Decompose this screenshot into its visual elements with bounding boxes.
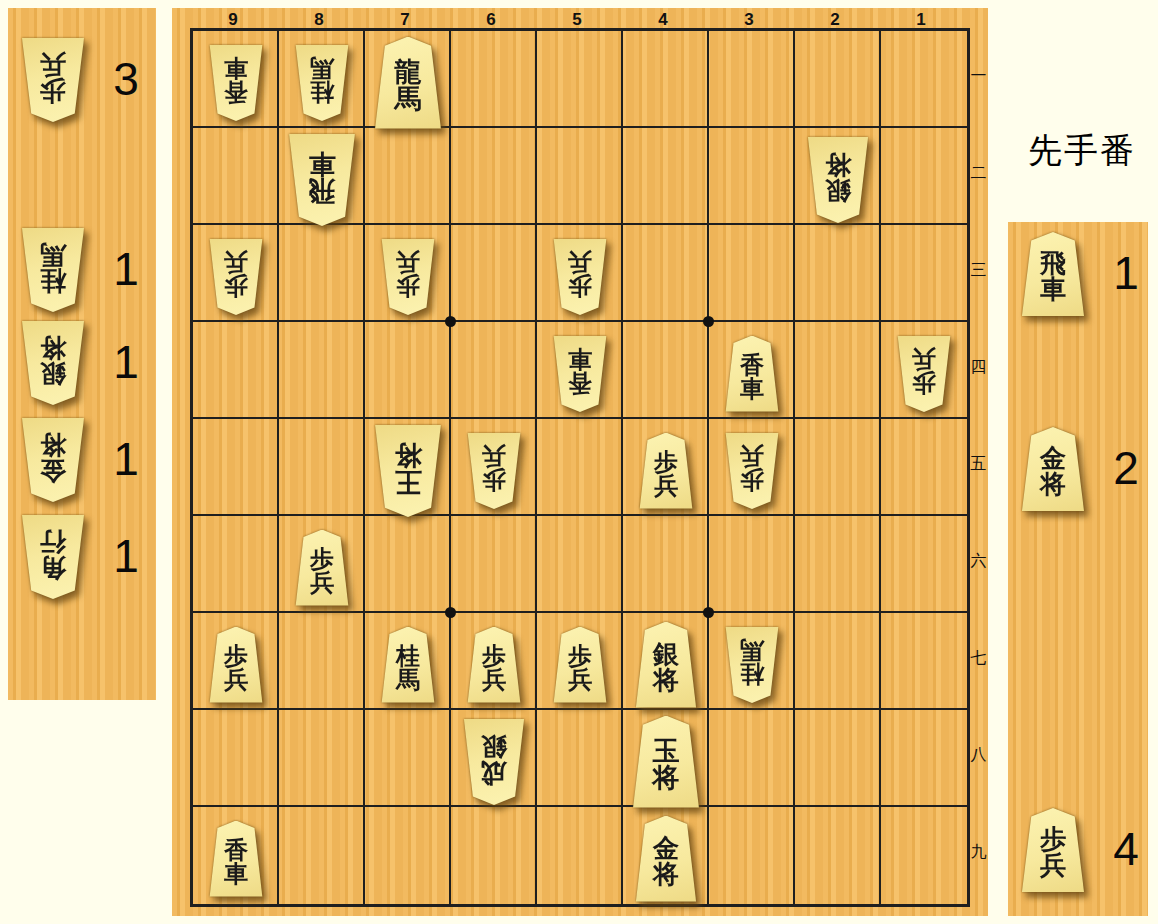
file-label-8: 8 [276, 10, 362, 28]
square-5八[interactable] [537, 710, 623, 807]
square-5五[interactable] [537, 419, 623, 516]
piece-gote-pawn-9三[interactable]: 歩兵 [208, 239, 264, 315]
piece-gote-pawn-6五[interactable]: 歩兵 [466, 433, 522, 509]
square-2五[interactable] [795, 419, 881, 516]
file-label-3: 3 [706, 10, 792, 28]
square-7四[interactable] [365, 322, 451, 419]
square-6九[interactable] [451, 807, 537, 904]
piece-sente-pawn-9七[interactable]: 歩兵 [208, 627, 264, 703]
rank-label-8: 八 [969, 707, 988, 804]
square-1三[interactable] [881, 225, 967, 322]
square-3八[interactable] [709, 710, 795, 807]
square-8八[interactable] [279, 710, 365, 807]
square-2六[interactable] [795, 516, 881, 613]
board-grid: 香車桂馬龍馬飛車銀将歩兵歩兵歩兵香車香車歩兵王将歩兵歩兵歩兵歩兵歩兵桂馬歩兵歩兵… [190, 28, 970, 907]
piece-gote-pawn-3五[interactable]: 歩兵 [724, 433, 780, 509]
file-label-9: 9 [190, 10, 276, 28]
square-3一[interactable] [709, 31, 795, 128]
turn-indicator: 先手番 [1014, 128, 1150, 174]
piece-sente-silver-4七[interactable]: 銀将 [634, 622, 698, 708]
piece-sente-knight-7七[interactable]: 桂馬 [380, 627, 436, 703]
star-point [703, 607, 714, 618]
piece-sente-pawn-5七[interactable]: 歩兵 [552, 627, 608, 703]
piece-gote-pawn-1四[interactable]: 歩兵 [896, 336, 952, 412]
rank-label-7: 七 [969, 610, 988, 707]
piece-sente-promoted-bishop-7一[interactable]: 龍馬 [373, 37, 443, 129]
square-1五[interactable] [881, 419, 967, 516]
square-4四[interactable] [623, 322, 709, 419]
square-1七[interactable] [881, 613, 967, 710]
piece-gote-pawn[interactable]: 歩兵 [20, 38, 86, 122]
square-4三[interactable] [623, 225, 709, 322]
file-label-7: 7 [362, 10, 448, 28]
piece-gote-gold[interactable]: 金将 [20, 418, 86, 502]
piece-gote-knight[interactable]: 桂馬 [20, 228, 86, 312]
square-5二[interactable] [537, 128, 623, 225]
piece-sente-gold[interactable]: 金将 [1020, 427, 1086, 511]
rank-label-2: 二 [969, 125, 988, 222]
square-9六[interactable] [193, 516, 279, 613]
piece-sente-lance-3四[interactable]: 香車 [724, 336, 780, 412]
rank-label-6: 六 [969, 513, 988, 610]
square-1二[interactable] [881, 128, 967, 225]
square-2八[interactable] [795, 710, 881, 807]
file-label-2: 2 [792, 10, 878, 28]
piece-gote-knight-3七[interactable]: 桂馬 [724, 627, 780, 703]
square-8三[interactable] [279, 225, 365, 322]
piece-gote-pawn-5三[interactable]: 歩兵 [552, 239, 608, 315]
square-3九[interactable] [709, 807, 795, 904]
rank-label-1: 一 [969, 28, 988, 125]
piece-gote-lance-5四[interactable]: 香車 [552, 336, 608, 412]
square-6四[interactable] [451, 322, 537, 419]
hand-count-gote-pawn: 3 [102, 51, 150, 107]
square-9二[interactable] [193, 128, 279, 225]
piece-gote-promoted-silver-6八[interactable]: 成銀 [462, 719, 526, 805]
piece-gote-knight-8一[interactable]: 桂馬 [294, 45, 350, 121]
hand-count-gote-gold: 1 [102, 431, 150, 487]
file-label-5: 5 [534, 10, 620, 28]
square-6一[interactable] [451, 31, 537, 128]
square-2三[interactable] [795, 225, 881, 322]
square-2四[interactable] [795, 322, 881, 419]
square-9四[interactable] [193, 322, 279, 419]
square-4六[interactable] [623, 516, 709, 613]
file-label-4: 4 [620, 10, 706, 28]
hand-count-sente-rook: 1 [1102, 245, 1150, 301]
star-point [445, 607, 456, 618]
piece-gote-silver[interactable]: 銀将 [20, 321, 86, 405]
sente-captured-tray: 飛車1金将2歩兵4 [1008, 222, 1148, 916]
square-6六[interactable] [451, 516, 537, 613]
hand-count-gote-knight: 1 [102, 241, 150, 297]
rank-label-4: 四 [969, 319, 988, 416]
square-2九[interactable] [795, 807, 881, 904]
square-1八[interactable] [881, 710, 967, 807]
square-2七[interactable] [795, 613, 881, 710]
piece-gote-lance-9一[interactable]: 香車 [208, 45, 264, 121]
square-6三[interactable] [451, 225, 537, 322]
file-label-6: 6 [448, 10, 534, 28]
rank-label-9: 九 [969, 804, 988, 901]
star-point [445, 316, 456, 327]
piece-sente-lance-9九[interactable]: 香車 [208, 821, 264, 897]
square-8四[interactable] [279, 322, 365, 419]
hand-count-sente-pawn: 4 [1102, 821, 1150, 877]
star-point [703, 316, 714, 327]
hand-count-gote-silver: 1 [102, 334, 150, 390]
hand-count-sente-gold: 2 [1102, 440, 1150, 496]
shogi-board-panel: 香車桂馬龍馬飛車銀将歩兵歩兵歩兵香車香車歩兵王将歩兵歩兵歩兵歩兵歩兵桂馬歩兵歩兵… [172, 8, 988, 916]
square-8七[interactable] [279, 613, 365, 710]
piece-gote-king-7五[interactable]: 王将 [373, 425, 443, 517]
square-6二[interactable] [451, 128, 537, 225]
square-1六[interactable] [881, 516, 967, 613]
square-7六[interactable] [365, 516, 451, 613]
square-3三[interactable] [709, 225, 795, 322]
rank-label-3: 三 [969, 222, 988, 319]
piece-sente-pawn-4五[interactable]: 歩兵 [638, 433, 694, 509]
piece-sente-pawn[interactable]: 歩兵 [1020, 808, 1086, 892]
square-9八[interactable] [193, 710, 279, 807]
square-5一[interactable] [537, 31, 623, 128]
square-8五[interactable] [279, 419, 365, 516]
square-3二[interactable] [709, 128, 795, 225]
square-2一[interactable] [795, 31, 881, 128]
file-label-1: 1 [878, 10, 964, 28]
square-4二[interactable] [623, 128, 709, 225]
square-7九[interactable] [365, 807, 451, 904]
square-7八[interactable] [365, 710, 451, 807]
piece-sente-gold-4九[interactable]: 金将 [634, 816, 698, 902]
piece-gote-rook-8二[interactable]: 飛車 [287, 134, 357, 226]
square-9五[interactable] [193, 419, 279, 516]
square-4一[interactable] [623, 31, 709, 128]
piece-sente-rook[interactable]: 飛車 [1020, 232, 1086, 316]
square-1一[interactable] [881, 31, 967, 128]
square-7二[interactable] [365, 128, 451, 225]
piece-sente-king-4八[interactable]: 玉将 [631, 716, 701, 808]
gote-captured-tray: 歩兵3桂馬1銀将1金将1角行1 [8, 8, 156, 700]
piece-gote-silver-2二[interactable]: 銀将 [806, 137, 870, 223]
piece-gote-bishop[interactable]: 角行 [20, 515, 86, 599]
piece-sente-pawn-6七[interactable]: 歩兵 [466, 627, 522, 703]
square-8九[interactable] [279, 807, 365, 904]
square-5九[interactable] [537, 807, 623, 904]
piece-gote-pawn-7三[interactable]: 歩兵 [380, 239, 436, 315]
hand-count-gote-bishop: 1 [102, 528, 150, 584]
square-5六[interactable] [537, 516, 623, 613]
square-1九[interactable] [881, 807, 967, 904]
rank-label-5: 五 [969, 416, 988, 513]
square-3六[interactable] [709, 516, 795, 613]
piece-sente-pawn-8六[interactable]: 歩兵 [294, 530, 350, 606]
